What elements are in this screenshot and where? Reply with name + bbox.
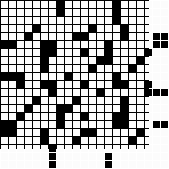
white-cell[interactable] xyxy=(105,33,112,40)
white-cell[interactable] xyxy=(137,161,144,168)
white-cell[interactable] xyxy=(33,9,40,16)
white-cell[interactable] xyxy=(145,1,152,8)
white-cell[interactable] xyxy=(145,121,152,128)
white-cell[interactable] xyxy=(161,81,168,88)
white-cell[interactable] xyxy=(153,129,160,136)
white-cell[interactable] xyxy=(9,9,16,16)
white-cell[interactable] xyxy=(73,41,80,48)
white-cell[interactable] xyxy=(113,153,120,160)
white-cell[interactable] xyxy=(153,97,160,104)
white-cell[interactable] xyxy=(97,33,104,40)
white-cell[interactable] xyxy=(137,49,144,56)
white-cell[interactable] xyxy=(33,161,40,168)
white-cell[interactable] xyxy=(41,121,48,128)
white-cell[interactable] xyxy=(113,49,120,56)
white-cell[interactable] xyxy=(89,153,96,160)
white-cell[interactable] xyxy=(41,33,48,40)
white-cell[interactable] xyxy=(121,129,128,136)
white-cell[interactable] xyxy=(33,129,40,136)
white-cell[interactable] xyxy=(33,153,40,160)
white-cell[interactable] xyxy=(97,153,104,160)
white-cell[interactable] xyxy=(9,153,16,160)
white-cell[interactable] xyxy=(97,25,104,32)
white-cell[interactable] xyxy=(89,89,96,96)
white-cell[interactable] xyxy=(33,89,40,96)
white-cell[interactable] xyxy=(97,73,104,80)
white-cell[interactable] xyxy=(33,113,40,120)
white-cell[interactable] xyxy=(137,153,144,160)
white-cell[interactable] xyxy=(145,161,152,168)
white-cell[interactable] xyxy=(49,9,56,16)
white-cell[interactable] xyxy=(57,33,64,40)
white-cell[interactable] xyxy=(1,113,8,120)
white-cell[interactable] xyxy=(1,89,8,96)
white-cell[interactable] xyxy=(145,65,152,72)
white-cell[interactable] xyxy=(121,41,128,48)
white-cell[interactable] xyxy=(97,81,104,88)
white-cell[interactable] xyxy=(137,89,144,96)
white-cell[interactable] xyxy=(89,73,96,80)
white-cell[interactable] xyxy=(113,129,120,136)
white-cell[interactable] xyxy=(129,97,136,104)
white-cell[interactable] xyxy=(137,41,144,48)
white-cell[interactable] xyxy=(129,113,136,120)
white-cell[interactable] xyxy=(65,9,72,16)
white-cell[interactable] xyxy=(129,41,136,48)
white-cell[interactable] xyxy=(41,17,48,24)
white-cell[interactable] xyxy=(89,105,96,112)
white-cell[interactable] xyxy=(81,57,88,64)
white-cell[interactable] xyxy=(121,9,128,16)
white-cell[interactable] xyxy=(153,1,160,8)
white-cell[interactable] xyxy=(145,145,152,152)
white-cell[interactable] xyxy=(129,89,136,96)
white-cell[interactable] xyxy=(57,41,64,48)
white-cell[interactable] xyxy=(161,129,168,136)
white-cell[interactable] xyxy=(57,49,64,56)
white-cell[interactable] xyxy=(33,81,40,88)
white-cell[interactable] xyxy=(97,129,104,136)
white-cell[interactable] xyxy=(97,97,104,104)
white-cell[interactable] xyxy=(9,105,16,112)
white-cell[interactable] xyxy=(17,25,24,32)
white-cell[interactable] xyxy=(17,65,24,72)
white-cell[interactable] xyxy=(41,89,48,96)
white-cell[interactable] xyxy=(81,73,88,80)
white-cell[interactable] xyxy=(25,89,32,96)
white-cell[interactable] xyxy=(57,97,64,104)
white-cell[interactable] xyxy=(17,153,24,160)
white-cell[interactable] xyxy=(153,161,160,168)
white-cell[interactable] xyxy=(153,145,160,152)
white-cell[interactable] xyxy=(113,89,120,96)
white-cell[interactable] xyxy=(41,145,48,152)
white-cell[interactable] xyxy=(129,121,136,128)
white-cell[interactable] xyxy=(49,25,56,32)
white-cell[interactable] xyxy=(161,161,168,168)
white-cell[interactable] xyxy=(33,121,40,128)
white-cell[interactable] xyxy=(73,113,80,120)
white-cell[interactable] xyxy=(65,1,72,8)
white-cell[interactable] xyxy=(73,129,80,136)
white-cell[interactable] xyxy=(57,73,64,80)
white-cell[interactable] xyxy=(129,161,136,168)
white-cell[interactable] xyxy=(41,1,48,8)
white-cell[interactable] xyxy=(121,65,128,72)
white-cell[interactable] xyxy=(25,57,32,64)
white-cell[interactable] xyxy=(145,137,152,144)
white-cell[interactable] xyxy=(73,121,80,128)
white-cell[interactable] xyxy=(129,129,136,136)
white-cell[interactable] xyxy=(153,137,160,144)
white-cell[interactable] xyxy=(113,65,120,72)
white-cell[interactable] xyxy=(81,17,88,24)
white-cell[interactable] xyxy=(41,97,48,104)
white-cell[interactable] xyxy=(81,9,88,16)
white-cell[interactable] xyxy=(161,1,168,8)
white-cell[interactable] xyxy=(9,89,16,96)
white-cell[interactable] xyxy=(33,145,40,152)
white-cell[interactable] xyxy=(121,161,128,168)
white-cell[interactable] xyxy=(57,65,64,72)
white-cell[interactable] xyxy=(9,33,16,40)
white-cell[interactable] xyxy=(49,73,56,80)
white-cell[interactable] xyxy=(129,81,136,88)
white-cell[interactable] xyxy=(161,137,168,144)
white-cell[interactable] xyxy=(9,17,16,24)
white-cell[interactable] xyxy=(113,25,120,32)
white-cell[interactable] xyxy=(129,1,136,8)
white-cell[interactable] xyxy=(97,113,104,120)
white-cell[interactable] xyxy=(25,145,32,152)
white-cell[interactable] xyxy=(97,161,104,168)
white-cell[interactable] xyxy=(17,121,24,128)
white-cell[interactable] xyxy=(81,145,88,152)
white-cell[interactable] xyxy=(33,65,40,72)
white-cell[interactable] xyxy=(89,33,96,40)
white-cell[interactable] xyxy=(153,113,160,120)
white-cell[interactable] xyxy=(129,73,136,80)
white-cell[interactable] xyxy=(49,1,56,8)
white-cell[interactable] xyxy=(121,89,128,96)
white-cell[interactable] xyxy=(105,81,112,88)
white-cell[interactable] xyxy=(41,9,48,16)
white-cell[interactable] xyxy=(81,65,88,72)
white-cell[interactable] xyxy=(113,41,120,48)
white-cell[interactable] xyxy=(33,41,40,48)
white-cell[interactable] xyxy=(89,17,96,24)
white-cell[interactable] xyxy=(17,89,24,96)
white-cell[interactable] xyxy=(113,33,120,40)
white-cell[interactable] xyxy=(49,33,56,40)
white-cell[interactable] xyxy=(145,57,152,64)
white-cell[interactable] xyxy=(57,17,64,24)
white-cell[interactable] xyxy=(89,145,96,152)
white-cell[interactable] xyxy=(17,129,24,136)
white-cell[interactable] xyxy=(121,145,128,152)
white-cell[interactable] xyxy=(145,153,152,160)
white-cell[interactable] xyxy=(121,57,128,64)
white-cell[interactable] xyxy=(17,41,24,48)
white-cell[interactable] xyxy=(1,105,8,112)
white-cell[interactable] xyxy=(57,81,64,88)
white-cell[interactable] xyxy=(9,65,16,72)
white-cell[interactable] xyxy=(153,9,160,16)
white-cell[interactable] xyxy=(25,81,32,88)
white-cell[interactable] xyxy=(161,57,168,64)
white-cell[interactable] xyxy=(65,33,72,40)
white-cell[interactable] xyxy=(41,161,48,168)
white-cell[interactable] xyxy=(97,9,104,16)
white-cell[interactable] xyxy=(1,49,8,56)
white-cell[interactable] xyxy=(49,17,56,24)
white-cell[interactable] xyxy=(137,105,144,112)
white-cell[interactable] xyxy=(73,105,80,112)
white-cell[interactable] xyxy=(137,65,144,72)
white-cell[interactable] xyxy=(9,161,16,168)
white-cell[interactable] xyxy=(105,25,112,32)
white-cell[interactable] xyxy=(1,65,8,72)
white-cell[interactable] xyxy=(9,113,16,120)
white-cell[interactable] xyxy=(57,57,64,64)
white-cell[interactable] xyxy=(129,145,136,152)
white-cell[interactable] xyxy=(137,33,144,40)
white-cell[interactable] xyxy=(33,105,40,112)
white-cell[interactable] xyxy=(121,49,128,56)
white-cell[interactable] xyxy=(129,49,136,56)
white-cell[interactable] xyxy=(49,121,56,128)
white-cell[interactable] xyxy=(153,57,160,64)
white-cell[interactable] xyxy=(57,145,64,152)
white-cell[interactable] xyxy=(89,41,96,48)
white-cell[interactable] xyxy=(9,145,16,152)
white-cell[interactable] xyxy=(137,1,144,8)
white-cell[interactable] xyxy=(97,17,104,24)
white-cell[interactable] xyxy=(113,105,120,112)
white-cell[interactable] xyxy=(65,161,72,168)
white-cell[interactable] xyxy=(161,113,168,120)
white-cell[interactable] xyxy=(97,65,104,72)
white-cell[interactable] xyxy=(17,161,24,168)
white-cell[interactable] xyxy=(129,33,136,40)
white-cell[interactable] xyxy=(41,153,48,160)
white-cell[interactable] xyxy=(57,129,64,136)
white-cell[interactable] xyxy=(25,121,32,128)
white-cell[interactable] xyxy=(9,81,16,88)
white-cell[interactable] xyxy=(49,113,56,120)
white-cell[interactable] xyxy=(145,33,152,40)
white-cell[interactable] xyxy=(9,25,16,32)
white-cell[interactable] xyxy=(97,49,104,56)
white-cell[interactable] xyxy=(17,105,24,112)
white-cell[interactable] xyxy=(41,113,48,120)
white-cell[interactable] xyxy=(137,9,144,16)
white-cell[interactable] xyxy=(89,97,96,104)
white-cell[interactable] xyxy=(105,113,112,120)
white-cell[interactable] xyxy=(1,57,8,64)
white-cell[interactable] xyxy=(73,161,80,168)
white-cell[interactable] xyxy=(17,57,24,64)
white-cell[interactable] xyxy=(105,17,112,24)
white-cell[interactable] xyxy=(121,73,128,80)
white-cell[interactable] xyxy=(153,25,160,32)
white-cell[interactable] xyxy=(129,153,136,160)
white-cell[interactable] xyxy=(25,49,32,56)
white-cell[interactable] xyxy=(73,145,80,152)
white-cell[interactable] xyxy=(25,17,32,24)
white-cell[interactable] xyxy=(25,41,32,48)
white-cell[interactable] xyxy=(137,97,144,104)
white-cell[interactable] xyxy=(49,105,56,112)
white-cell[interactable] xyxy=(105,145,112,152)
white-cell[interactable] xyxy=(25,1,32,8)
white-cell[interactable] xyxy=(81,25,88,32)
white-cell[interactable] xyxy=(121,153,128,160)
white-cell[interactable] xyxy=(1,33,8,40)
white-cell[interactable] xyxy=(49,97,56,104)
white-cell[interactable] xyxy=(65,113,72,120)
white-cell[interactable] xyxy=(145,97,152,104)
white-cell[interactable] xyxy=(145,113,152,120)
white-cell[interactable] xyxy=(161,153,168,160)
white-cell[interactable] xyxy=(97,41,104,48)
white-cell[interactable] xyxy=(73,17,80,24)
white-cell[interactable] xyxy=(1,9,8,16)
white-cell[interactable] xyxy=(153,105,160,112)
white-cell[interactable] xyxy=(129,9,136,16)
white-cell[interactable] xyxy=(113,57,120,64)
white-cell[interactable] xyxy=(137,81,144,88)
white-cell[interactable] xyxy=(105,137,112,144)
white-cell[interactable] xyxy=(25,65,32,72)
white-cell[interactable] xyxy=(1,161,8,168)
white-cell[interactable] xyxy=(25,129,32,136)
white-cell[interactable] xyxy=(73,57,80,64)
white-cell[interactable] xyxy=(145,17,152,24)
white-cell[interactable] xyxy=(25,137,32,144)
white-cell[interactable] xyxy=(73,65,80,72)
white-cell[interactable] xyxy=(137,73,144,80)
white-cell[interactable] xyxy=(73,73,80,80)
white-cell[interactable] xyxy=(65,137,72,144)
white-cell[interactable] xyxy=(65,89,72,96)
white-cell[interactable] xyxy=(73,81,80,88)
white-cell[interactable] xyxy=(65,65,72,72)
white-cell[interactable] xyxy=(57,137,64,144)
white-cell[interactable] xyxy=(65,97,72,104)
white-cell[interactable] xyxy=(33,73,40,80)
white-cell[interactable] xyxy=(89,137,96,144)
white-cell[interactable] xyxy=(65,153,72,160)
white-cell[interactable] xyxy=(89,9,96,16)
white-cell[interactable] xyxy=(105,89,112,96)
white-cell[interactable] xyxy=(65,121,72,128)
white-cell[interactable] xyxy=(161,145,168,152)
white-cell[interactable] xyxy=(65,145,72,152)
white-cell[interactable] xyxy=(89,1,96,8)
white-cell[interactable] xyxy=(81,1,88,8)
white-cell[interactable] xyxy=(89,57,96,64)
white-cell[interactable] xyxy=(33,137,40,144)
white-cell[interactable] xyxy=(161,73,168,80)
white-cell[interactable] xyxy=(81,153,88,160)
white-cell[interactable] xyxy=(105,121,112,128)
white-cell[interactable] xyxy=(105,73,112,80)
white-cell[interactable] xyxy=(65,129,72,136)
white-cell[interactable] xyxy=(129,105,136,112)
white-cell[interactable] xyxy=(25,9,32,16)
white-cell[interactable] xyxy=(97,105,104,112)
white-cell[interactable] xyxy=(161,25,168,32)
white-cell[interactable] xyxy=(65,41,72,48)
white-cell[interactable] xyxy=(25,73,32,80)
white-cell[interactable] xyxy=(89,113,96,120)
white-cell[interactable] xyxy=(65,81,72,88)
white-cell[interactable] xyxy=(145,9,152,16)
white-cell[interactable] xyxy=(1,25,8,32)
white-cell[interactable] xyxy=(65,17,72,24)
white-cell[interactable] xyxy=(121,17,128,24)
white-cell[interactable] xyxy=(73,9,80,16)
white-cell[interactable] xyxy=(137,121,144,128)
white-cell[interactable] xyxy=(57,153,64,160)
white-cell[interactable] xyxy=(49,57,56,64)
white-cell[interactable] xyxy=(17,17,24,24)
white-cell[interactable] xyxy=(57,25,64,32)
white-cell[interactable] xyxy=(25,25,32,32)
white-cell[interactable] xyxy=(49,129,56,136)
white-cell[interactable] xyxy=(161,49,168,56)
white-cell[interactable] xyxy=(145,129,152,136)
white-cell[interactable] xyxy=(161,65,168,72)
white-cell[interactable] xyxy=(153,65,160,72)
white-cell[interactable] xyxy=(9,1,16,8)
white-cell[interactable] xyxy=(1,97,8,104)
white-cell[interactable] xyxy=(81,121,88,128)
white-cell[interactable] xyxy=(65,25,72,32)
white-cell[interactable] xyxy=(9,57,16,64)
white-cell[interactable] xyxy=(1,137,8,144)
white-cell[interactable] xyxy=(57,161,64,168)
white-cell[interactable] xyxy=(81,137,88,144)
white-cell[interactable] xyxy=(137,17,144,24)
white-cell[interactable] xyxy=(81,89,88,96)
white-cell[interactable] xyxy=(17,137,24,144)
white-cell[interactable] xyxy=(73,153,80,160)
white-cell[interactable] xyxy=(1,153,8,160)
white-cell[interactable] xyxy=(33,33,40,40)
white-cell[interactable] xyxy=(97,137,104,144)
white-cell[interactable] xyxy=(49,137,56,144)
white-cell[interactable] xyxy=(73,89,80,96)
white-cell[interactable] xyxy=(121,137,128,144)
white-cell[interactable] xyxy=(129,57,136,64)
white-cell[interactable] xyxy=(97,1,104,8)
white-cell[interactable] xyxy=(89,49,96,56)
white-cell[interactable] xyxy=(137,25,144,32)
white-cell[interactable] xyxy=(153,73,160,80)
white-cell[interactable] xyxy=(161,17,168,24)
white-cell[interactable] xyxy=(89,161,96,168)
white-cell[interactable] xyxy=(161,9,168,16)
white-cell[interactable] xyxy=(113,97,120,104)
white-cell[interactable] xyxy=(89,81,96,88)
white-cell[interactable] xyxy=(17,97,24,104)
white-cell[interactable] xyxy=(65,49,72,56)
white-cell[interactable] xyxy=(97,145,104,152)
white-cell[interactable] xyxy=(105,97,112,104)
white-cell[interactable] xyxy=(153,81,160,88)
